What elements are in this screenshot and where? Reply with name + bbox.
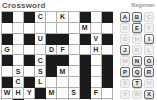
letter-tile-f: F: [144, 23, 154, 33]
black-cell: [2, 55, 13, 66]
empty-cell[interactable]: [102, 88, 113, 99]
letter-tile-i[interactable]: I: [144, 34, 154, 44]
difficulty-badge: Beginner: [131, 2, 155, 8]
black-cell: [24, 77, 35, 88]
letter-cell[interactable]: M: [46, 88, 57, 99]
black-cell: [24, 55, 35, 66]
letter-cell[interactable]: S: [69, 88, 80, 99]
black-cell: [2, 34, 13, 45]
empty-cell[interactable]: [46, 12, 57, 23]
letter-bank: ABCDEFGHIJKLMNOPQRSTUVWX: [120, 12, 156, 100]
empty-cell[interactable]: [13, 34, 24, 45]
letter-cell[interactable]: F: [57, 45, 68, 56]
letter-tile-d: D: [120, 23, 130, 33]
letter-cell[interactable]: W: [2, 88, 13, 99]
empty-cell[interactable]: [13, 55, 24, 66]
empty-cell[interactable]: [35, 99, 46, 100]
letter-cell[interactable]: V: [91, 34, 102, 45]
letter-tile-w: W: [132, 90, 142, 100]
empty-cell[interactable]: [91, 77, 102, 88]
letter-cell[interactable]: D: [46, 45, 57, 56]
black-cell: [46, 55, 57, 66]
page-title: Crossword: [2, 1, 46, 10]
letter-cell[interactable]: M: [80, 23, 91, 34]
black-cell: [80, 88, 91, 99]
letter-cell[interactable]: Y: [24, 88, 35, 99]
letter-tile-o[interactable]: O: [144, 56, 154, 66]
empty-cell[interactable]: [24, 66, 35, 77]
letter-tile-u: U: [144, 79, 154, 89]
letter-tile-m: M: [120, 56, 130, 66]
empty-cell[interactable]: [91, 66, 102, 77]
letter-tile-q[interactable]: Q: [132, 67, 142, 77]
letter-tile-p[interactable]: P: [120, 67, 130, 77]
empty-cell[interactable]: [57, 23, 68, 34]
empty-cell[interactable]: [102, 45, 113, 56]
black-cell: [102, 66, 113, 77]
black-cell: [46, 34, 57, 45]
letter-cell[interactable]: S: [35, 66, 46, 77]
letter-cell[interactable]: G: [2, 45, 13, 56]
letter-tile-x[interactable]: X: [144, 90, 154, 100]
black-cell: [2, 77, 13, 88]
black-cell: [2, 12, 13, 23]
empty-cell[interactable]: [57, 77, 68, 88]
empty-cell[interactable]: [57, 99, 68, 100]
empty-cell[interactable]: [91, 12, 102, 23]
letter-cell[interactable]: C: [13, 77, 24, 88]
empty-cell[interactable]: [2, 23, 13, 34]
empty-cell[interactable]: [69, 34, 80, 45]
black-cell: [24, 34, 35, 45]
letter-tile-k: K: [132, 45, 142, 55]
empty-cell[interactable]: [91, 55, 102, 66]
letter-tile-c: C: [144, 12, 154, 22]
empty-cell[interactable]: [13, 23, 24, 34]
empty-cell[interactable]: [69, 45, 80, 56]
black-cell: [13, 99, 24, 100]
empty-cell[interactable]: [91, 99, 102, 100]
letter-cell[interactable]: D: [102, 99, 113, 100]
empty-cell[interactable]: [2, 99, 13, 100]
empty-cell[interactable]: [69, 77, 80, 88]
black-cell: [80, 66, 91, 77]
black-cell: [57, 55, 68, 66]
empty-cell[interactable]: [24, 99, 35, 100]
empty-cell[interactable]: [102, 23, 113, 34]
letter-tile-h: H: [132, 34, 142, 44]
letter-tile-a[interactable]: A: [120, 12, 130, 22]
empty-cell[interactable]: [91, 23, 102, 34]
letter-cell[interactable]: U: [35, 34, 46, 45]
letter-cell[interactable]: C: [35, 55, 46, 66]
letter-tile-r[interactable]: R: [144, 67, 154, 77]
letter-cell[interactable]: L: [35, 77, 46, 88]
letter-tile-j[interactable]: J: [120, 45, 130, 55]
black-cell: [80, 34, 91, 45]
black-cell: [46, 66, 57, 77]
letter-tile-t[interactable]: T: [132, 79, 142, 89]
empty-cell[interactable]: [69, 99, 80, 100]
empty-cell[interactable]: [69, 66, 80, 77]
empty-cell[interactable]: [69, 23, 80, 34]
empty-cell[interactable]: [24, 23, 35, 34]
empty-cell[interactable]: [69, 12, 80, 23]
empty-cell[interactable]: [69, 55, 80, 66]
empty-cell[interactable]: [35, 45, 46, 56]
letter-cell[interactable]: F: [91, 88, 102, 99]
letter-cell[interactable]: K: [57, 12, 68, 23]
letter-cell[interactable]: H: [13, 88, 24, 99]
black-cell: [57, 34, 68, 45]
letter-cell[interactable]: S: [13, 66, 24, 77]
black-cell: [102, 55, 113, 66]
black-cell: [80, 12, 91, 23]
empty-cell[interactable]: [46, 99, 57, 100]
empty-cell[interactable]: [46, 77, 57, 88]
letter-tile-l: L: [144, 45, 154, 55]
empty-cell[interactable]: [13, 12, 24, 23]
empty-cell[interactable]: [46, 23, 57, 34]
black-cell: [80, 55, 91, 66]
letter-tile-e[interactable]: E: [132, 23, 142, 33]
black-cell: [35, 88, 46, 99]
letter-tile-n[interactable]: N: [132, 56, 142, 66]
empty-cell[interactable]: [13, 45, 24, 56]
crossword-board: CKMUVGDFHCSSMCLWHYMSFHD: [1, 11, 113, 100]
black-cell: [24, 12, 35, 23]
letter-cell[interactable]: C: [35, 12, 46, 23]
black-cell: [102, 34, 113, 45]
black-cell: [80, 77, 91, 88]
letter-tile-s: S: [120, 79, 130, 89]
empty-cell[interactable]: [57, 88, 68, 99]
letter-tile-v: V: [120, 90, 130, 100]
letter-cell[interactable]: M: [57, 66, 68, 77]
empty-cell[interactable]: [35, 23, 46, 34]
letter-cell[interactable]: H: [80, 99, 91, 100]
empty-cell[interactable]: [2, 66, 13, 77]
black-cell: [102, 77, 113, 88]
black-cell: [102, 12, 113, 23]
letter-tile-b[interactable]: B: [132, 12, 142, 22]
letter-cell[interactable]: H: [91, 45, 102, 56]
empty-cell[interactable]: [80, 45, 91, 56]
empty-cell[interactable]: [24, 45, 35, 56]
letter-tile-g: G: [120, 34, 130, 44]
